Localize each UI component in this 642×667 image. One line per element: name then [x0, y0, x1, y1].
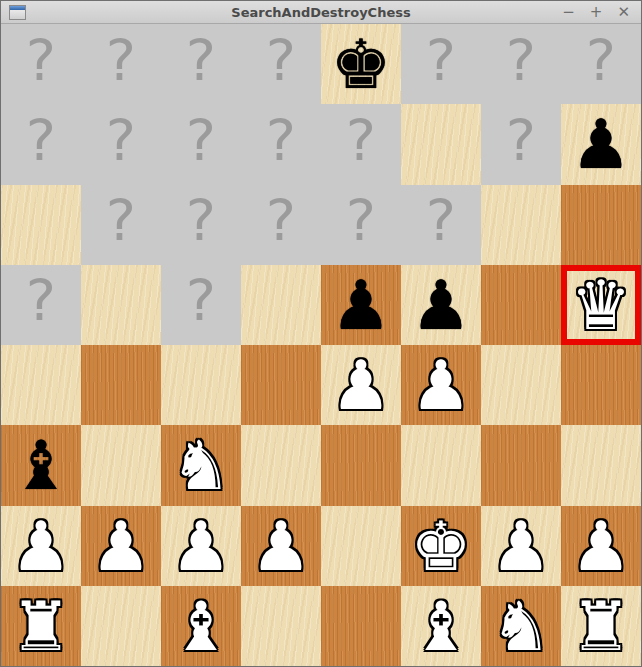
square-e4[interactable]: ♟	[321, 345, 401, 425]
square-b8[interactable]: ?	[81, 24, 161, 104]
square-g2[interactable]: ♟	[481, 506, 561, 586]
piece-black-king: ♚	[331, 31, 392, 99]
piece-white-queen: ♛	[571, 272, 632, 340]
square-c5[interactable]: ?	[161, 265, 241, 345]
square-c4[interactable]	[161, 345, 241, 425]
square-g8[interactable]: ?	[481, 24, 561, 104]
fog-question-icon: ?	[586, 33, 616, 90]
square-c7[interactable]: ?	[161, 104, 241, 184]
square-a3[interactable]: ♝	[1, 425, 81, 505]
window-menu-icon[interactable]	[9, 5, 26, 20]
square-h6[interactable]	[561, 185, 641, 265]
piece-white-pawn: ♟	[571, 513, 632, 581]
piece-white-pawn: ♟	[411, 352, 472, 420]
square-a6[interactable]	[1, 185, 81, 265]
fog-question-icon: ?	[426, 33, 456, 90]
square-h8[interactable]: ?	[561, 24, 641, 104]
square-c2[interactable]: ♟	[161, 506, 241, 586]
square-e5[interactable]: ♟	[321, 265, 401, 345]
square-f4[interactable]: ♟	[401, 345, 481, 425]
fog-question-icon: ?	[26, 113, 56, 170]
square-g6[interactable]	[481, 185, 561, 265]
square-f7[interactable]	[401, 104, 481, 184]
square-f2[interactable]: ♚	[401, 506, 481, 586]
piece-white-knight: ♞	[491, 593, 552, 661]
fog-question-icon: ?	[106, 193, 136, 250]
square-a2[interactable]: ♟	[1, 506, 81, 586]
piece-white-pawn: ♟	[171, 513, 232, 581]
fog-question-icon: ?	[186, 33, 216, 90]
square-d1[interactable]	[241, 586, 321, 666]
square-h3[interactable]	[561, 425, 641, 505]
square-e2[interactable]	[321, 506, 401, 586]
piece-white-bishop: ♝	[411, 593, 472, 661]
piece-black-bishop: ♝	[11, 432, 72, 500]
square-c3[interactable]: ♞	[161, 425, 241, 505]
square-h1[interactable]: ♜	[561, 586, 641, 666]
square-g3[interactable]	[481, 425, 561, 505]
square-e7[interactable]: ?	[321, 104, 401, 184]
square-g4[interactable]	[481, 345, 561, 425]
square-d6[interactable]: ?	[241, 185, 321, 265]
fog-question-icon: ?	[26, 273, 56, 330]
piece-white-knight: ♞	[171, 432, 232, 500]
square-b7[interactable]: ?	[81, 104, 161, 184]
square-d2[interactable]: ♟	[241, 506, 321, 586]
square-h5[interactable]: ♛	[561, 265, 641, 345]
square-b2[interactable]: ♟	[81, 506, 161, 586]
square-a7[interactable]: ?	[1, 104, 81, 184]
piece-white-bishop: ♝	[171, 593, 232, 661]
square-g1[interactable]: ♞	[481, 586, 561, 666]
piece-white-rook: ♜	[11, 593, 72, 661]
piece-white-pawn: ♟	[251, 513, 312, 581]
fog-question-icon: ?	[506, 33, 536, 90]
piece-white-pawn: ♟	[331, 352, 392, 420]
square-c6[interactable]: ?	[161, 185, 241, 265]
square-h4[interactable]	[561, 345, 641, 425]
chess-board: ????♚?????????♟???????♟♟♛♟♟♝♞♟♟♟♟♚♟♟♜♝♝♞…	[1, 24, 641, 666]
fog-question-icon: ?	[26, 33, 56, 90]
piece-white-rook: ♜	[571, 593, 632, 661]
square-a1[interactable]: ♜	[1, 586, 81, 666]
fog-question-icon: ?	[266, 193, 296, 250]
window-title: SearchAndDestroyChess	[1, 5, 641, 20]
square-f1[interactable]: ♝	[401, 586, 481, 666]
fog-question-icon: ?	[266, 33, 296, 90]
square-f5[interactable]: ♟	[401, 265, 481, 345]
square-a5[interactable]: ?	[1, 265, 81, 345]
piece-black-pawn: ♟	[411, 272, 472, 340]
fog-question-icon: ?	[346, 193, 376, 250]
square-e8[interactable]: ♚	[321, 24, 401, 104]
square-d7[interactable]: ?	[241, 104, 321, 184]
square-b5[interactable]	[81, 265, 161, 345]
square-e3[interactable]	[321, 425, 401, 505]
piece-white-pawn: ♟	[491, 513, 552, 581]
square-h7[interactable]: ♟	[561, 104, 641, 184]
piece-white-pawn: ♟	[11, 513, 72, 581]
square-g5[interactable]	[481, 265, 561, 345]
piece-black-pawn: ♟	[571, 111, 632, 179]
square-d8[interactable]: ?	[241, 24, 321, 104]
square-b4[interactable]	[81, 345, 161, 425]
piece-white-pawn: ♟	[91, 513, 152, 581]
square-a8[interactable]: ?	[1, 24, 81, 104]
window-controls: − + ✕	[562, 1, 641, 23]
minimize-button[interactable]: −	[562, 1, 575, 23]
fog-question-icon: ?	[266, 113, 296, 170]
square-e6[interactable]: ?	[321, 185, 401, 265]
square-e1[interactable]	[321, 586, 401, 666]
square-c1[interactable]: ♝	[161, 586, 241, 666]
fog-question-icon: ?	[106, 113, 136, 170]
fog-question-icon: ?	[506, 113, 536, 170]
maximize-button[interactable]: +	[590, 1, 603, 23]
title-bar: SearchAndDestroyChess − + ✕	[1, 1, 641, 24]
piece-white-king: ♚	[411, 513, 472, 581]
square-f3[interactable]	[401, 425, 481, 505]
square-d4[interactable]	[241, 345, 321, 425]
square-c8[interactable]: ?	[161, 24, 241, 104]
app-window: SearchAndDestroyChess − + ✕ ????♚???????…	[0, 0, 642, 667]
piece-black-pawn: ♟	[331, 272, 392, 340]
square-f6[interactable]: ?	[401, 185, 481, 265]
fog-question-icon: ?	[186, 193, 216, 250]
fog-question-icon: ?	[426, 193, 456, 250]
close-button[interactable]: ✕	[617, 1, 630, 23]
square-d3[interactable]	[241, 425, 321, 505]
fog-question-icon: ?	[346, 113, 376, 170]
fog-question-icon: ?	[106, 33, 136, 90]
square-b1[interactable]	[81, 586, 161, 666]
square-h2[interactable]: ♟	[561, 506, 641, 586]
fog-question-icon: ?	[186, 273, 216, 330]
fog-question-icon: ?	[186, 113, 216, 170]
square-b6[interactable]: ?	[81, 185, 161, 265]
square-a4[interactable]	[1, 345, 81, 425]
square-f8[interactable]: ?	[401, 24, 481, 104]
square-d5[interactable]	[241, 265, 321, 345]
square-b3[interactable]	[81, 425, 161, 505]
square-g7[interactable]: ?	[481, 104, 561, 184]
